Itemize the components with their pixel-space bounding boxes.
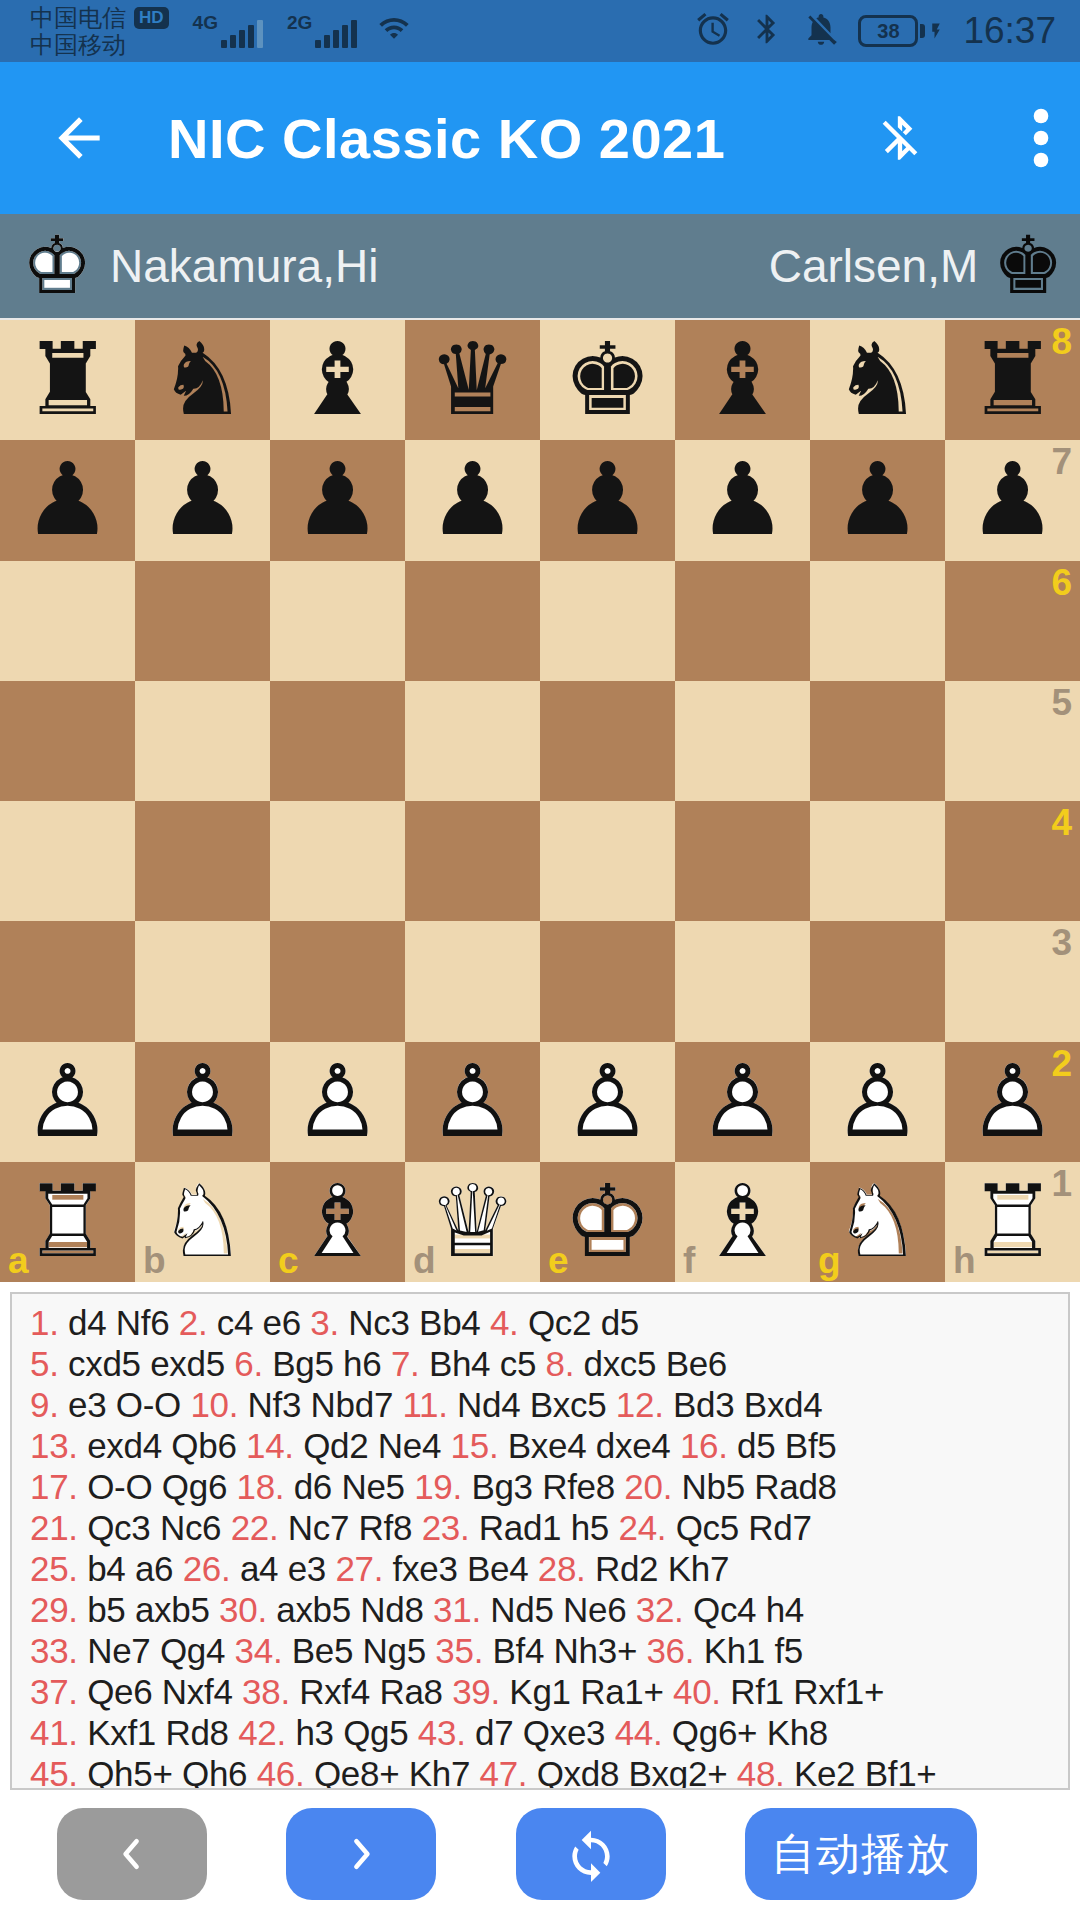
square-g6[interactable] [810, 561, 945, 681]
prev-icon [110, 1832, 154, 1876]
black-rook: ♜ [0, 320, 135, 440]
move-number: 1. [30, 1303, 68, 1342]
square-c3[interactable] [270, 921, 405, 1041]
square-f8[interactable]: ♝ [675, 320, 810, 440]
move-text: O-O Qg6 [87, 1467, 236, 1506]
move-number: 23. [422, 1508, 479, 1547]
back-arrow-icon [48, 107, 110, 169]
square-a1[interactable]: a♜♖ [0, 1162, 135, 1282]
move-number: 32. [636, 1590, 693, 1629]
square-c6[interactable] [270, 561, 405, 681]
back-button[interactable] [48, 107, 110, 169]
black-queen: ♛ [405, 320, 540, 440]
black-knight: ♞ [135, 320, 270, 440]
move-text: Qc4 h4 [693, 1590, 804, 1629]
square-e5[interactable] [540, 681, 675, 801]
black-pawn: ♟ [270, 440, 405, 560]
move-text: h3 Qg5 [295, 1713, 417, 1752]
square-d7[interactable]: ♟ [405, 440, 540, 560]
move-number: 47. [480, 1754, 537, 1790]
move-number: 18. [237, 1467, 294, 1506]
square-c5[interactable] [270, 681, 405, 801]
move-text: Qxd8 Bxg2+ [537, 1754, 737, 1790]
move-line: 37. Qe6 Nxf4 38. Rxf4 Ra8 39. Kg1 Ra1+ 4… [30, 1671, 1050, 1712]
move-number: 17. [30, 1467, 87, 1506]
square-b4[interactable] [135, 801, 270, 921]
move-text: Bg3 Rfe8 [471, 1467, 624, 1506]
move-number: 34. [235, 1631, 292, 1670]
signal-bars-4g: 4G [193, 14, 263, 48]
rank-label-1: 1 [1051, 1165, 1072, 1202]
black-bishop: ♝ [270, 320, 405, 440]
move-text: Qc5 Rd7 [676, 1508, 812, 1547]
white-pawn: ♟♙ [135, 1042, 270, 1162]
move-number: 19. [414, 1467, 471, 1506]
next-icon [339, 1832, 383, 1876]
move-text: Kxf1 Rd8 [87, 1713, 238, 1752]
chess-board: ♜♞♝♛♚♝♞8♜♟♟♟♟♟♟♟7♟6543♟♙♟♙♟♙♟♙♟♙♟♙♟♙2♟♙a… [0, 320, 1080, 1282]
move-number: 21. [30, 1508, 87, 1547]
app-bar: NIC Classic KO 2021 [0, 62, 1080, 214]
file-label-h: h [953, 1242, 976, 1279]
move-text: axb5 Nd8 [276, 1590, 433, 1629]
black-pawn: ♟ [675, 440, 810, 560]
square-h3[interactable]: 3 [945, 921, 1080, 1041]
move-number: 26. [183, 1549, 240, 1588]
square-b5[interactable] [135, 681, 270, 801]
player-bar: ♚♔ Nakamura,Hi Carlsen,M ♚ [0, 214, 1080, 318]
move-number: 44. [615, 1713, 672, 1752]
move-number: 40. [673, 1672, 730, 1711]
rank-label-5: 5 [1051, 684, 1072, 721]
carrier-block: 中国电信 HD 中国移动 [30, 4, 169, 58]
square-b8[interactable]: ♞ [135, 320, 270, 440]
white-player-name: Nakamura,Hi [110, 239, 378, 293]
move-line: 25. b4 a6 26. a4 e3 27. fxe3 Be4 28. Rd2… [30, 1548, 1050, 1589]
move-number: 30. [219, 1590, 276, 1629]
square-b3[interactable] [135, 921, 270, 1041]
black-king-icon: ♚ [992, 226, 1064, 306]
square-f3[interactable] [675, 921, 810, 1041]
move-number: 45. [30, 1754, 87, 1790]
move-number: 9. [30, 1385, 68, 1424]
square-f5[interactable] [675, 681, 810, 801]
move-number: 22. [231, 1508, 288, 1547]
move-number: 25. [30, 1549, 87, 1588]
square-g1[interactable]: g♞♘ [810, 1162, 945, 1282]
rank-label-6: 6 [1051, 564, 1072, 601]
move-number: 27. [335, 1549, 392, 1588]
black-king: ♚ [540, 320, 675, 440]
move-line: 29. b5 axb5 30. axb5 Nd8 31. Nd5 Ne6 32.… [30, 1589, 1050, 1630]
square-f1[interactable]: f♝♗ [675, 1162, 810, 1282]
move-text: Nd4 Bxc5 [457, 1385, 616, 1424]
rank-label-7: 7 [1051, 443, 1072, 480]
move-number: 29. [30, 1590, 87, 1629]
square-h1[interactable]: 1h♜♖ [945, 1162, 1080, 1282]
move-number: 20. [624, 1467, 681, 1506]
move-number: 13. [30, 1426, 87, 1465]
notifications-off-icon [802, 10, 840, 52]
square-d6[interactable] [405, 561, 540, 681]
move-line: 21. Qc3 Nc6 22. Nc7 Rf8 23. Rad1 h5 24. … [30, 1507, 1050, 1548]
file-label-e: e [548, 1242, 569, 1279]
square-d2[interactable]: ♟♙ [405, 1042, 540, 1162]
move-number: 5. [30, 1344, 68, 1383]
signal-bars-2g: 2G [287, 14, 357, 48]
move-number: 35. [435, 1631, 492, 1670]
move-number: 43. [418, 1713, 475, 1752]
move-number: 16. [680, 1426, 737, 1465]
net-type-2g: 2G [287, 12, 312, 34]
square-a4[interactable] [0, 801, 135, 921]
move-number: 11. [402, 1385, 457, 1424]
square-d5[interactable] [405, 681, 540, 801]
move-text: Qh5+ Qh6 [87, 1754, 257, 1790]
move-line: 5. cxd5 exd5 6. Bg5 h6 7. Bh4 c5 8. dxc5… [30, 1343, 1050, 1384]
square-c8[interactable]: ♝ [270, 320, 405, 440]
move-text: dxc5 Be6 [584, 1344, 728, 1383]
rank-label-2: 2 [1051, 1045, 1072, 1082]
square-h7[interactable]: 7♟ [945, 440, 1080, 560]
move-text: d4 Nf6 [68, 1303, 179, 1342]
square-d3[interactable] [405, 921, 540, 1041]
move-line: 41. Kxf1 Rd8 42. h3 Qg5 43. d7 Qxe3 44. … [30, 1712, 1050, 1753]
move-number: 4. [490, 1303, 528, 1342]
prev-move-button[interactable] [57, 1808, 207, 1900]
move-text: Qe8+ Kh7 [314, 1754, 480, 1790]
move-text: c4 e6 [217, 1303, 311, 1342]
square-c1[interactable]: c♝♗ [270, 1162, 405, 1282]
square-e8[interactable]: ♚ [540, 320, 675, 440]
carrier-secondary: 中国移动 [30, 31, 169, 58]
move-text: Kh1 f5 [704, 1631, 803, 1670]
square-g5[interactable] [810, 681, 945, 801]
square-e2[interactable]: ♟♙ [540, 1042, 675, 1162]
move-number: 38. [242, 1672, 299, 1711]
move-number: 36. [646, 1631, 703, 1670]
white-king-icon: ♚♔ [18, 221, 96, 311]
move-text: Bd3 Bxd4 [673, 1385, 822, 1424]
rank-label-8: 8 [1051, 323, 1072, 360]
square-a6[interactable] [0, 561, 135, 681]
move-text: Nd5 Ne6 [490, 1590, 635, 1629]
square-e7[interactable]: ♟ [540, 440, 675, 560]
move-text: Qc2 d5 [528, 1303, 639, 1342]
move-text: a4 e3 [240, 1549, 336, 1588]
move-number: 15. [451, 1426, 508, 1465]
square-b1[interactable]: b♞♘ [135, 1162, 270, 1282]
clock-time: 16:37 [963, 10, 1056, 52]
black-pawn: ♟ [540, 440, 675, 560]
restart-button[interactable] [516, 1808, 666, 1900]
move-number: 7. [391, 1344, 429, 1383]
square-d1[interactable]: d♛♕ [405, 1162, 540, 1282]
status-left: 中国电信 HD 中国移动 4G 2G [30, 4, 413, 58]
move-text: cxd5 exd5 [68, 1344, 234, 1383]
square-a8[interactable]: ♜ [0, 320, 135, 440]
square-e3[interactable] [540, 921, 675, 1041]
square-g3[interactable] [810, 921, 945, 1041]
battery-icon: 38 [858, 14, 945, 48]
move-line: 13. exd4 Qb6 14. Qd2 Ne4 15. Bxe4 dxe4 1… [30, 1425, 1050, 1466]
square-b6[interactable] [135, 561, 270, 681]
move-line: 45. Qh5+ Qh6 46. Qe8+ Kh7 47. Qxd8 Bxg2+… [30, 1753, 1050, 1790]
move-number: 8. [545, 1344, 583, 1383]
square-b2[interactable]: ♟♙ [135, 1042, 270, 1162]
wifi-icon [375, 12, 413, 48]
move-number: 31. [433, 1590, 490, 1629]
bluetooth-icon [750, 11, 784, 51]
move-number: 12. [616, 1385, 673, 1424]
move-text: d6 Ne5 [294, 1467, 415, 1506]
move-line: 17. O-O Qg6 18. d6 Ne5 19. Bg3 Rfe8 20. … [30, 1466, 1050, 1507]
white-pawn: ♟♙ [270, 1042, 405, 1162]
move-number: 42. [238, 1713, 295, 1752]
square-c2[interactable]: ♟♙ [270, 1042, 405, 1162]
square-h5[interactable]: 5 [945, 681, 1080, 801]
move-text: Rf1 Rxf1+ [730, 1672, 884, 1711]
status-bar: 中国电信 HD 中国移动 4G 2G [0, 0, 1080, 62]
alarm-icon [694, 10, 732, 52]
square-a5[interactable] [0, 681, 135, 801]
move-text: Qe6 Nxf4 [87, 1672, 242, 1711]
white-pawn: ♟♙ [0, 1042, 135, 1162]
black-bishop: ♝ [675, 320, 810, 440]
move-number: 46. [257, 1754, 314, 1790]
square-a3[interactable] [0, 921, 135, 1041]
move-text: exd4 Qb6 [87, 1426, 246, 1465]
square-e4[interactable] [540, 801, 675, 921]
phone-screen: 中国电信 HD 中国移动 4G 2G [0, 0, 1080, 1920]
square-d4[interactable] [405, 801, 540, 921]
bluetooth-disabled-icon [874, 112, 926, 164]
move-line: 33. Ne7 Qg4 34. Be5 Ng5 35. Bf4 Nh3+ 36.… [30, 1630, 1050, 1671]
move-number: 28. [538, 1549, 595, 1588]
white-pawn: ♟♙ [810, 1042, 945, 1162]
move-number: 41. [30, 1713, 87, 1752]
square-e6[interactable] [540, 561, 675, 681]
file-label-c: c [278, 1242, 299, 1279]
move-number: 48. [737, 1754, 794, 1790]
black-pawn: ♟ [0, 440, 135, 560]
square-f2[interactable]: ♟♙ [675, 1042, 810, 1162]
move-text: d5 Bf5 [737, 1426, 836, 1465]
file-label-g: g [818, 1242, 841, 1279]
status-right: 38 16:37 [694, 10, 1056, 52]
move-text: Nc7 Rf8 [288, 1508, 422, 1547]
square-g4[interactable] [810, 801, 945, 921]
black-knight: ♞ [810, 320, 945, 440]
move-number: 3. [310, 1303, 348, 1342]
move-number: 2. [179, 1303, 217, 1342]
move-text: fxe3 Be4 [393, 1549, 538, 1588]
move-text: Bxe4 dxe4 [508, 1426, 680, 1465]
move-text: Bf4 Nh3+ [493, 1631, 647, 1670]
square-b7[interactable]: ♟ [135, 440, 270, 560]
rank-label-3: 3 [1051, 924, 1072, 961]
move-text: Nf3 Nbd7 [248, 1385, 403, 1424]
white-pawn: ♟♙ [405, 1042, 540, 1162]
black-pawn: ♟ [135, 440, 270, 560]
square-c7[interactable]: ♟ [270, 440, 405, 560]
playback-controls: 自动播放 [0, 1808, 1080, 1900]
move-text: Ne7 Qg4 [87, 1631, 234, 1670]
square-a2[interactable]: ♟♙ [0, 1042, 135, 1162]
square-g7[interactable]: ♟ [810, 440, 945, 560]
white-pawn: ♟♙ [675, 1042, 810, 1162]
square-h8[interactable]: 8♜ [945, 320, 1080, 440]
hd-badge: HD [134, 7, 169, 29]
square-h4[interactable]: 4 [945, 801, 1080, 921]
move-text: Qd2 Ne4 [303, 1426, 450, 1465]
black-player-name: Carlsen,M [769, 239, 979, 293]
move-list[interactable]: 1. d4 Nf6 2. c4 e6 3. Nc3 Bb4 4. Qc2 d5 … [10, 1292, 1070, 1790]
white-player: ♚♔ Nakamura,Hi [18, 221, 378, 311]
black-player: Carlsen,M ♚ [769, 226, 1064, 306]
file-label-d: d [413, 1242, 436, 1279]
square-d8[interactable]: ♛ [405, 320, 540, 440]
next-move-button[interactable] [286, 1808, 436, 1900]
move-line: 9. e3 O-O 10. Nf3 Nbd7 11. Nd4 Bxc5 12. … [30, 1384, 1050, 1425]
move-text: b5 axb5 [87, 1590, 219, 1629]
move-number: 6. [234, 1344, 272, 1383]
carrier-primary: 中国电信 [30, 4, 126, 31]
charging-bolt-icon [927, 14, 945, 48]
move-line: 1. d4 Nf6 2. c4 e6 3. Nc3 Bb4 4. Qc2 d5 [30, 1302, 1050, 1343]
move-text: Rxf4 Ra8 [299, 1672, 452, 1711]
square-g2[interactable]: ♟♙ [810, 1042, 945, 1162]
square-c4[interactable] [270, 801, 405, 921]
move-text: Nb5 Rad8 [682, 1467, 837, 1506]
square-h2[interactable]: 2♟♙ [945, 1042, 1080, 1162]
square-e1[interactable]: e♚♔ [540, 1162, 675, 1282]
bluetooth-disabled-button[interactable] [874, 112, 926, 164]
black-pawn: ♟ [810, 440, 945, 560]
autoplay-button[interactable]: 自动播放 [745, 1808, 977, 1900]
move-number: 39. [452, 1672, 509, 1711]
move-number: 33. [30, 1631, 87, 1670]
file-label-f: f [683, 1242, 695, 1279]
move-text: b4 a6 [87, 1549, 183, 1588]
move-text: Bg5 h6 [272, 1344, 391, 1383]
signal-bars-icon [221, 20, 263, 48]
move-text: d7 Qxe3 [475, 1713, 615, 1752]
square-f7[interactable]: ♟ [675, 440, 810, 560]
page-title: NIC Classic KO 2021 [168, 106, 874, 171]
move-text: Bh4 c5 [429, 1344, 546, 1383]
move-text: Rd2 Kh7 [595, 1549, 729, 1588]
move-text: Qg6+ Kh8 [672, 1713, 828, 1752]
move-text: Be5 Ng5 [292, 1631, 436, 1670]
net-type-4g: 4G [193, 12, 218, 34]
move-text: Rad1 h5 [479, 1508, 619, 1547]
move-text: Kg1 Ra1+ [509, 1672, 673, 1711]
overflow-menu-icon [1030, 105, 1052, 171]
move-number: 24. [618, 1508, 675, 1547]
square-f6[interactable] [675, 561, 810, 681]
square-g8[interactable]: ♞ [810, 320, 945, 440]
move-number: 10. [190, 1385, 247, 1424]
square-f4[interactable] [675, 801, 810, 921]
black-pawn: ♟ [405, 440, 540, 560]
file-label-b: b [143, 1242, 166, 1279]
refresh-icon [563, 1826, 619, 1882]
rank-label-4: 4 [1051, 804, 1072, 841]
move-text: Qc3 Nc6 [87, 1508, 230, 1547]
square-a7[interactable]: ♟ [0, 440, 135, 560]
move-text: Nc3 Bb4 [348, 1303, 490, 1342]
overflow-menu-button[interactable] [1030, 105, 1052, 171]
square-h6[interactable]: 6 [945, 561, 1080, 681]
move-text: Ke2 Bf1+ [794, 1754, 937, 1790]
battery-level: 38 [877, 20, 899, 43]
move-number: 14. [246, 1426, 303, 1465]
move-text: e3 O-O [68, 1385, 190, 1424]
move-number: 37. [30, 1672, 87, 1711]
signal-bars-icon [315, 20, 357, 48]
white-pawn: ♟♙ [540, 1042, 675, 1162]
file-label-a: a [8, 1242, 29, 1279]
